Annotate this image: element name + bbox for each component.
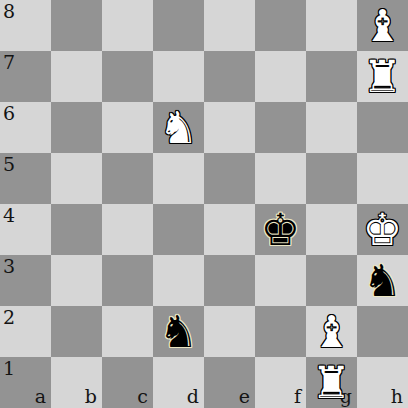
file-label-h: h <box>391 387 403 406</box>
square-a1[interactable]: 1a <box>0 357 51 408</box>
square-c5[interactable] <box>102 153 153 204</box>
square-g8[interactable] <box>306 0 357 51</box>
square-b2[interactable] <box>51 306 102 357</box>
square-b8[interactable] <box>51 0 102 51</box>
rank-label-4: 4 <box>3 206 15 225</box>
square-c4[interactable] <box>102 204 153 255</box>
square-d8[interactable] <box>153 0 204 51</box>
square-f2[interactable] <box>255 306 306 357</box>
square-a3[interactable]: 3 <box>0 255 51 306</box>
file-label-e: e <box>239 387 250 406</box>
square-e3[interactable] <box>204 255 255 306</box>
square-e2[interactable] <box>204 306 255 357</box>
white-bishop-h8[interactable]: ♝ <box>357 0 408 51</box>
rank-label-3: 3 <box>3 257 15 276</box>
file-label-a: a <box>35 387 46 406</box>
square-h2[interactable] <box>357 306 408 357</box>
rank-label-7: 7 <box>3 53 15 72</box>
square-e8[interactable] <box>204 0 255 51</box>
square-d7[interactable] <box>153 51 204 102</box>
black-knight-d2[interactable]: ♞ <box>153 306 204 357</box>
square-e6[interactable] <box>204 102 255 153</box>
file-label-d: d <box>187 387 199 406</box>
square-c3[interactable] <box>102 255 153 306</box>
square-g5[interactable] <box>306 153 357 204</box>
square-f3[interactable] <box>255 255 306 306</box>
square-g3[interactable] <box>306 255 357 306</box>
square-c7[interactable] <box>102 51 153 102</box>
square-h7[interactable]: ♜ <box>357 51 408 102</box>
square-g7[interactable] <box>306 51 357 102</box>
square-c8[interactable] <box>102 0 153 51</box>
square-d6[interactable]: ♞ <box>153 102 204 153</box>
square-c2[interactable] <box>102 306 153 357</box>
square-b5[interactable] <box>51 153 102 204</box>
rank-label-5: 5 <box>3 155 15 174</box>
square-a2[interactable]: 2 <box>0 306 51 357</box>
square-f1[interactable]: f <box>255 357 306 408</box>
square-a8[interactable]: 8 <box>0 0 51 51</box>
white-rook-g1[interactable]: ♜ <box>306 357 357 408</box>
rank-label-6: 6 <box>3 104 15 123</box>
square-g6[interactable] <box>306 102 357 153</box>
chess-board: 8♝7♜6♞54♚♚3♞2♞♝1abcdefg♜h <box>0 0 408 408</box>
square-h3[interactable]: ♞ <box>357 255 408 306</box>
square-d2[interactable]: ♞ <box>153 306 204 357</box>
square-g1[interactable]: g♜ <box>306 357 357 408</box>
square-f4[interactable]: ♚ <box>255 204 306 255</box>
square-b3[interactable] <box>51 255 102 306</box>
rank-label-2: 2 <box>3 308 15 327</box>
white-rook-h7[interactable]: ♜ <box>357 51 408 102</box>
square-e1[interactable]: e <box>204 357 255 408</box>
file-label-c: c <box>137 387 148 406</box>
rank-label-8: 8 <box>3 2 15 21</box>
square-c1[interactable]: c <box>102 357 153 408</box>
square-b1[interactable]: b <box>51 357 102 408</box>
rank-label-1: 1 <box>3 359 15 378</box>
square-h4[interactable]: ♚ <box>357 204 408 255</box>
square-c6[interactable] <box>102 102 153 153</box>
square-a4[interactable]: 4 <box>0 204 51 255</box>
square-b7[interactable] <box>51 51 102 102</box>
square-a5[interactable]: 5 <box>0 153 51 204</box>
black-king-f4[interactable]: ♚ <box>255 204 306 255</box>
square-d5[interactable] <box>153 153 204 204</box>
square-d3[interactable] <box>153 255 204 306</box>
square-f5[interactable] <box>255 153 306 204</box>
white-bishop-g2[interactable]: ♝ <box>306 306 357 357</box>
white-knight-d6[interactable]: ♞ <box>153 102 204 153</box>
file-label-f: f <box>294 387 301 406</box>
file-label-b: b <box>85 387 97 406</box>
square-h6[interactable] <box>357 102 408 153</box>
square-b6[interactable] <box>51 102 102 153</box>
square-h1[interactable]: h <box>357 357 408 408</box>
square-a7[interactable]: 7 <box>0 51 51 102</box>
square-d4[interactable] <box>153 204 204 255</box>
square-h8[interactable]: ♝ <box>357 0 408 51</box>
square-d1[interactable]: d <box>153 357 204 408</box>
square-e5[interactable] <box>204 153 255 204</box>
square-f7[interactable] <box>255 51 306 102</box>
square-f6[interactable] <box>255 102 306 153</box>
square-b4[interactable] <box>51 204 102 255</box>
white-king-h4[interactable]: ♚ <box>357 204 408 255</box>
square-g2[interactable]: ♝ <box>306 306 357 357</box>
square-e7[interactable] <box>204 51 255 102</box>
square-h5[interactable] <box>357 153 408 204</box>
black-knight-h3[interactable]: ♞ <box>357 255 408 306</box>
square-a6[interactable]: 6 <box>0 102 51 153</box>
square-g4[interactable] <box>306 204 357 255</box>
square-e4[interactable] <box>204 204 255 255</box>
square-f8[interactable] <box>255 0 306 51</box>
